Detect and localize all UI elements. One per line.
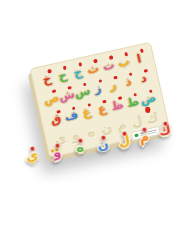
photo-scene: خ ح ج ث ت ب ا ص ش س ز ر ذ د ق ف غ: [0, 0, 183, 250]
puzzle-piece[interactable]: ن: [91, 134, 114, 156]
puzzle-piece[interactable]: ي: [20, 145, 43, 167]
puzzle-piece[interactable]: م: [132, 126, 155, 148]
puzzle-piece[interactable]: ه: [68, 137, 91, 159]
loose-dot-piece[interactable]: [145, 107, 150, 113]
puzzle-piece[interactable]: ك: [153, 120, 176, 142]
puzzle-piece[interactable]: و: [45, 142, 68, 164]
